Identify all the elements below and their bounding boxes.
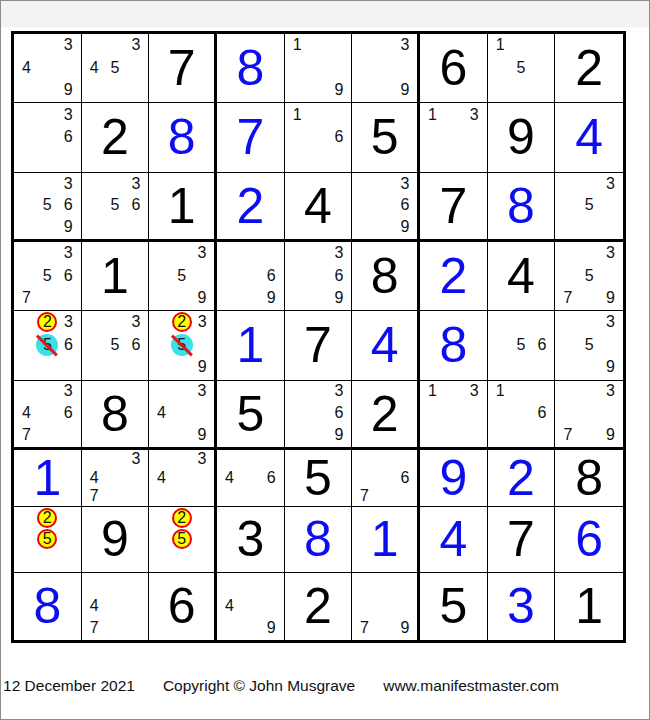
candidate-slot-6 (328, 56, 349, 78)
cell-r4c9[interactable]: 3579 (555, 242, 623, 311)
candidate-slot-7 (219, 487, 240, 505)
cell-r8c7[interactable]: 4 (420, 507, 488, 572)
candidate-grid: 2356 (16, 311, 79, 378)
candidate-slot-3: 3 (192, 381, 212, 403)
cell-r3c7[interactable]: 7 (420, 173, 488, 242)
candidate-digit: 5 (43, 268, 52, 284)
candidate-digit: 5 (585, 337, 594, 353)
candidate-slot-5: 5 (511, 334, 532, 356)
given-digit: 8 (575, 453, 603, 503)
candidate-slot-8 (37, 424, 58, 446)
candidate-slot-5: 5 (37, 264, 58, 286)
cell-r5c5[interactable]: 7 (285, 311, 353, 380)
candidate-digit: 6 (334, 268, 343, 284)
candidate-digit: 3 (606, 176, 615, 192)
candidate-slot-6 (600, 402, 621, 424)
candidate-digit: 9 (334, 82, 343, 98)
candidate-slot-4: 4 (219, 595, 240, 617)
candidate-slot-9 (192, 487, 212, 505)
candidate-slot-5 (240, 468, 261, 486)
candidate-digit: 1 (293, 37, 302, 53)
cell-r4c6[interactable]: 8 (352, 242, 420, 311)
candidate-slot-7 (354, 216, 374, 238)
candidate-grid: 369 (287, 381, 350, 446)
candidate-slot-6: 6 (395, 194, 415, 216)
candidate-digit: 3 (131, 37, 140, 53)
cell-r9c8[interactable]: 3 (488, 573, 556, 640)
given-digit: 2 (575, 43, 603, 93)
candidate-slot-1 (151, 242, 171, 264)
candidate-slot-6: 6 (58, 264, 79, 286)
candidate-slot-9 (125, 487, 146, 505)
cell-r9c7[interactable]: 5 (420, 573, 488, 640)
candidate-highlight-yellow: 2 (172, 508, 192, 528)
candidate-digit: 6 (267, 470, 276, 486)
candidate-slot-5: 5 (579, 334, 600, 356)
candidate-slot-8 (172, 424, 192, 446)
given-digit: 4 (507, 251, 535, 301)
candidate-slot-5 (443, 126, 464, 148)
cell-r1c4[interactable]: 8 (217, 34, 285, 103)
candidate-slot-7 (287, 148, 308, 170)
candidate-slot-6 (192, 402, 212, 424)
candidate-slot-3: 3 (192, 450, 212, 468)
cell-r6c9[interactable]: 379 (555, 381, 623, 450)
candidate-slot-4 (490, 402, 511, 424)
candidate-slot-3 (531, 311, 552, 333)
candidate-slot-8 (375, 216, 395, 238)
cell-r6c1[interactable]: 3467 (14, 381, 82, 450)
candidate-digit: 6 (334, 405, 343, 421)
candidate-slot-7 (219, 617, 240, 639)
cell-r9c9[interactable]: 1 (555, 573, 623, 640)
cell-r5c6[interactable]: 4 (352, 311, 420, 380)
cell-r6c5[interactable]: 369 (285, 381, 353, 450)
candidate-slot-4 (354, 194, 374, 216)
candidate-slot-6: 6 (58, 126, 79, 148)
candidate-slot-4 (16, 126, 37, 148)
cell-r7c1[interactable]: 1 (14, 450, 82, 507)
candidate-slot-3 (531, 381, 552, 403)
cell-r9c4[interactable]: 49 (217, 573, 285, 640)
candidate-slot-2 (375, 450, 395, 468)
cell-r3c2[interactable]: 356 (82, 173, 150, 242)
candidate-slot-6: 6 (531, 402, 552, 424)
cell-r8c3[interactable]: 25 (149, 507, 217, 572)
candidate-slot-7 (16, 79, 37, 101)
cell-r7c6[interactable]: 67 (352, 450, 420, 507)
cell-r5c9[interactable]: 359 (555, 311, 623, 380)
cell-r4c8[interactable]: 4 (488, 242, 556, 311)
candidate-slot-1 (16, 242, 37, 264)
candidate-slot-2: 2 (36, 311, 58, 333)
footer-copyright: Copyright © John Musgrave (163, 677, 355, 695)
candidate-digit: 1 (293, 107, 302, 123)
candidate-digit: 5 (111, 60, 120, 76)
candidate-slot-4 (354, 56, 374, 78)
cell-r3c3[interactable]: 1 (149, 173, 217, 242)
cell-r5c1[interactable]: 2356 (14, 311, 82, 380)
candidate-digit: 9 (400, 219, 409, 235)
candidate-slot-1 (151, 381, 171, 403)
cell-r2c2[interactable]: 2 (82, 103, 150, 172)
candidate-slot-1 (287, 242, 308, 264)
candidate-slot-4: 4 (16, 402, 37, 424)
candidate-highlight-yellow: 2 (172, 312, 192, 332)
candidate-slot-4 (557, 194, 578, 216)
candidate-slot-6: 6 (125, 194, 146, 216)
candidate-slot-3: 3 (464, 381, 485, 403)
cell-r1c7[interactable]: 6 (420, 34, 488, 103)
cell-r9c3[interactable]: 6 (149, 573, 217, 640)
cell-r7c8[interactable]: 2 (488, 450, 556, 507)
window-top-band (1, 1, 649, 28)
candidate-slot-8 (36, 356, 58, 378)
candidate-slot-4 (287, 126, 308, 148)
candidate-slot-6 (125, 595, 146, 617)
cell-r8c2[interactable]: 9 (82, 507, 150, 572)
candidate-slot-8 (37, 79, 58, 101)
cell-r8c8[interactable]: 7 (488, 507, 556, 572)
cell-r8c5[interactable]: 8 (285, 507, 353, 572)
candidate-slot-4: 4 (151, 402, 171, 424)
candidate-slot-2 (105, 450, 126, 468)
given-digit: 5 (304, 453, 332, 503)
cell-r4c4[interactable]: 69 (217, 242, 285, 311)
candidate-slot-9: 9 (328, 424, 349, 446)
cell-r5c2[interactable]: 356 (82, 311, 150, 380)
candidate-slot-4: 4 (16, 56, 37, 78)
candidate-slot-8 (375, 79, 395, 101)
candidate-slot-7: 7 (354, 487, 374, 505)
candidate-slot-6 (395, 56, 415, 78)
candidate-digit: 6 (64, 268, 73, 284)
cell-r6c7[interactable]: 13 (420, 381, 488, 450)
candidate-digit: 9 (400, 620, 409, 636)
cell-r3c4[interactable]: 2 (217, 173, 285, 242)
candidate-digit: 5 (111, 197, 120, 213)
candidate-grid: 25 (16, 507, 79, 570)
candidate-slot-7: 7 (16, 287, 37, 309)
candidate-slot-8 (511, 356, 532, 378)
cell-r8c1[interactable]: 25 (14, 507, 82, 572)
cell-r5c7[interactable]: 8 (420, 311, 488, 380)
candidate-digit: 9 (197, 290, 206, 306)
cell-r1c9[interactable]: 2 (555, 34, 623, 103)
given-digit: 2 (304, 581, 332, 631)
candidate-slot-1 (84, 311, 105, 333)
footer: 12 December 2021 Copyright © John Musgra… (1, 677, 561, 695)
candidate-slot-3: 3 (58, 34, 79, 56)
cell-r2c4[interactable]: 7 (217, 103, 285, 172)
cell-r9c1[interactable]: 8 (14, 573, 82, 640)
cell-r8c6[interactable]: 1 (352, 507, 420, 572)
candidate-grid: 19 (287, 34, 350, 101)
candidate-digit: 9 (606, 290, 615, 306)
candidate-digit: 3 (606, 314, 615, 330)
candidate-slot-4 (287, 56, 308, 78)
candidate-slot-9 (531, 424, 552, 446)
cell-r7c4[interactable]: 46 (217, 450, 285, 507)
candidate-slot-2: 2 (37, 507, 58, 528)
cell-r7c2[interactable]: 347 (82, 450, 150, 507)
candidate-slot-7 (287, 287, 308, 309)
candidate-slot-7 (490, 79, 511, 101)
candidate-digit: 9 (400, 82, 409, 98)
candidate-slot-5 (240, 595, 261, 617)
candidate-slot-2 (37, 103, 58, 125)
candidate-slot-2 (105, 34, 126, 56)
candidate-slot-1 (151, 507, 171, 528)
candidate-digit: 6 (64, 337, 73, 353)
candidate-slot-5: 5 (37, 528, 58, 549)
candidate-slot-4 (354, 468, 374, 486)
candidate-slot-7: 7 (557, 287, 578, 309)
candidate-slot-2 (308, 103, 329, 125)
candidate-grid: 16 (490, 381, 553, 446)
candidate-slot-4 (354, 595, 374, 617)
candidate-slot-9 (328, 148, 349, 170)
candidate-digit: 6 (537, 337, 546, 353)
cell-r7c7[interactable]: 9 (420, 450, 488, 507)
cell-r9c2[interactable]: 47 (82, 573, 150, 640)
candidate-slot-9 (261, 487, 282, 505)
cell-r2c7[interactable]: 13 (420, 103, 488, 172)
candidate-slot-8 (37, 287, 58, 309)
candidate-grid: 39 (354, 34, 415, 101)
cell-r1c5[interactable]: 19 (285, 34, 353, 103)
candidate-slot-9: 9 (395, 617, 415, 639)
candidate-digit: 3 (64, 107, 73, 123)
candidate-digit: 3 (197, 451, 206, 467)
given-digit: 9 (507, 112, 535, 162)
cell-r2c1[interactable]: 36 (14, 103, 82, 172)
candidate-slot-8 (308, 424, 329, 446)
candidate-slot-2 (37, 242, 58, 264)
candidate-slot-7 (151, 487, 171, 505)
cell-r8c9[interactable]: 6 (555, 507, 623, 572)
candidate-slot-2 (579, 242, 600, 264)
candidate-grid: 69 (219, 242, 282, 309)
candidate-digit: 6 (131, 337, 140, 353)
sudoku-board: 3493457819396152362871651394356935612436… (11, 31, 626, 643)
candidate-digit: 4 (22, 405, 31, 421)
candidate-slot-5 (37, 126, 58, 148)
candidate-digit: 3 (64, 245, 73, 261)
cell-r6c6[interactable]: 2 (352, 381, 420, 450)
candidate-slot-2 (375, 34, 395, 56)
candidate-slot-1: 1 (490, 381, 511, 403)
cell-r6c3[interactable]: 349 (149, 381, 217, 450)
candidate-slot-2 (37, 173, 58, 195)
candidate-slot-6 (125, 56, 146, 78)
cell-r4c3[interactable]: 359 (149, 242, 217, 311)
candidate-slot-4: 4 (219, 468, 240, 486)
candidate-slot-2 (308, 242, 329, 264)
cell-r5c4[interactable]: 1 (217, 311, 285, 380)
candidate-slot-3 (395, 573, 415, 595)
cell-r9c6[interactable]: 79 (352, 573, 420, 640)
candidate-digit: 3 (606, 383, 615, 399)
cell-r6c4[interactable]: 5 (217, 381, 285, 450)
candidate-slot-8 (375, 617, 395, 639)
candidate-digit: 6 (400, 470, 409, 486)
cell-r4c1[interactable]: 3567 (14, 242, 82, 311)
cell-r3c8[interactable]: 8 (488, 173, 556, 242)
candidate-slot-7 (490, 356, 511, 378)
candidate-grid: 356 (84, 173, 147, 238)
solved-digit: 8 (304, 514, 332, 564)
candidate-slot-7: 7 (84, 617, 105, 639)
candidate-slot-2: 2 (171, 311, 193, 333)
candidate-slot-8 (240, 487, 261, 505)
candidate-slot-3 (395, 450, 415, 468)
candidate-slot-2 (172, 450, 192, 468)
cell-r3c5[interactable]: 4 (285, 173, 353, 242)
candidate-digit: 5 (517, 337, 526, 353)
candidate-slot-9: 9 (600, 424, 621, 446)
cell-r2c3[interactable]: 8 (149, 103, 217, 172)
candidate-digit: 3 (131, 176, 140, 192)
candidate-grid: 3567 (16, 242, 79, 309)
cell-r6c2[interactable]: 8 (82, 381, 150, 450)
cell-r3c6[interactable]: 369 (352, 173, 420, 242)
cell-r8c4[interactable]: 3 (217, 507, 285, 572)
candidate-grid: 3579 (557, 242, 621, 309)
candidate-slot-3 (328, 34, 349, 56)
candidate-slot-3: 3 (58, 242, 79, 264)
cell-r4c5[interactable]: 369 (285, 242, 353, 311)
candidate-grid: 3569 (16, 173, 79, 238)
candidate-slot-1 (84, 573, 105, 595)
candidate-slot-3: 3 (58, 381, 79, 403)
solved-digit: 1 (33, 453, 61, 503)
solved-digit: 4 (439, 514, 467, 564)
candidate-grid: 349 (16, 34, 79, 101)
cell-r7c3[interactable]: 34 (149, 450, 217, 507)
cell-r9c5[interactable]: 2 (285, 573, 353, 640)
candidate-digit: 7 (90, 488, 99, 504)
candidate-slot-5 (375, 56, 395, 78)
cell-r6c8[interactable]: 16 (488, 381, 556, 450)
candidate-slot-6: 6 (328, 402, 349, 424)
candidate-slot-9 (600, 216, 621, 238)
candidate-slot-8 (105, 79, 126, 101)
cell-r5c8[interactable]: 56 (488, 311, 556, 380)
candidate-slot-2 (511, 311, 532, 333)
candidate-slot-3: 3 (600, 381, 621, 403)
given-digit: 3 (236, 514, 264, 564)
candidate-slot-2 (511, 381, 532, 403)
candidate-slot-6: 6 (58, 194, 79, 216)
candidate-slot-9: 9 (328, 79, 349, 101)
candidate-slot-5 (443, 402, 464, 424)
candidate-slot-9: 9 (395, 216, 415, 238)
candidate-slot-9: 9 (193, 356, 212, 378)
candidate-slot-6 (58, 56, 79, 78)
cell-r4c7[interactable]: 2 (420, 242, 488, 311)
candidate-slot-8 (37, 216, 58, 238)
candidate-slot-9: 9 (192, 424, 212, 446)
cell-r3c1[interactable]: 3569 (14, 173, 82, 242)
candidate-slot-5 (105, 468, 126, 486)
cell-r5c3[interactable]: 2359 (149, 311, 217, 380)
candidate-slot-4 (490, 56, 511, 78)
candidate-slot-4 (557, 334, 578, 356)
candidate-slot-9 (125, 356, 146, 378)
cell-r2c9[interactable]: 4 (555, 103, 623, 172)
candidate-slot-1 (16, 507, 37, 528)
candidate-slot-7 (219, 287, 240, 309)
candidate-slot-8 (105, 356, 126, 378)
candidate-digit: 4 (157, 405, 166, 421)
cell-r7c9[interactable]: 8 (555, 450, 623, 507)
candidate-slot-8 (443, 424, 464, 446)
candidate-slot-6 (193, 334, 212, 356)
candidate-slot-3: 3 (125, 311, 146, 333)
candidate-grid: 34 (151, 450, 212, 505)
candidate-slot-7: 7 (354, 617, 374, 639)
candidate-slot-9 (192, 550, 212, 571)
candidate-slot-7: 7 (84, 487, 105, 505)
candidate-slot-8 (308, 148, 329, 170)
cell-r1c6[interactable]: 39 (352, 34, 420, 103)
candidate-slot-6 (464, 126, 485, 148)
solved-digit: 2 (236, 181, 264, 231)
candidate-slot-2 (172, 381, 192, 403)
candidate-slot-5: 5 (105, 56, 126, 78)
candidate-slot-6 (125, 468, 146, 486)
candidate-grid: 3467 (16, 381, 79, 446)
candidate-slot-8 (375, 487, 395, 505)
cell-r3c9[interactable]: 35 (555, 173, 623, 242)
candidate-slot-8 (511, 424, 532, 446)
candidate-slot-5 (308, 264, 329, 286)
candidate-slot-6: 6 (261, 264, 282, 286)
given-digit: 4 (304, 181, 332, 231)
candidate-digit: 4 (90, 470, 99, 486)
candidate-slot-3 (531, 34, 552, 56)
candidate-slot-1 (354, 573, 374, 595)
candidate-slot-2 (37, 381, 58, 403)
candidate-slot-3: 3 (600, 311, 621, 333)
candidate-digit: 6 (64, 129, 73, 145)
candidate-digit: 3 (400, 176, 409, 192)
cell-r1c1[interactable]: 349 (14, 34, 82, 103)
cell-r2c5[interactable]: 16 (285, 103, 353, 172)
candidate-slot-6 (531, 56, 552, 78)
cell-r1c3[interactable]: 7 (149, 34, 217, 103)
cell-r7c5[interactable]: 5 (285, 450, 353, 507)
candidate-slot-6 (600, 194, 621, 216)
candidate-slot-5 (375, 194, 395, 216)
cell-r2c8[interactable]: 9 (488, 103, 556, 172)
cell-r4c2[interactable]: 1 (82, 242, 150, 311)
cell-r1c2[interactable]: 345 (82, 34, 150, 103)
candidate-slot-8 (37, 550, 58, 571)
candidate-slot-5: 5 (172, 264, 192, 286)
candidate-slot-2 (37, 34, 58, 56)
cell-r2c6[interactable]: 5 (352, 103, 420, 172)
candidate-grid: 35 (557, 173, 621, 238)
candidate-slot-8 (511, 79, 532, 101)
candidate-digit: 6 (537, 405, 546, 421)
candidate-slot-1 (354, 173, 374, 195)
candidate-grid: 47 (84, 573, 147, 639)
candidate-slot-7 (422, 424, 443, 446)
candidate-slot-4 (557, 402, 578, 424)
cell-r1c8[interactable]: 15 (488, 34, 556, 103)
